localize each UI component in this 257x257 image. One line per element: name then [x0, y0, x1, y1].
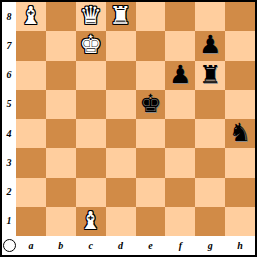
- file-label-e: e: [136, 236, 166, 255]
- square-g7[interactable]: ♟: [195, 31, 225, 60]
- rank-label-7: 7: [2, 31, 16, 60]
- square-b1[interactable]: [46, 207, 76, 236]
- black-king[interactable]: ♚: [139, 91, 161, 116]
- square-b8[interactable]: [46, 2, 76, 31]
- square-a1[interactable]: [16, 207, 46, 236]
- file-label-f: f: [165, 236, 195, 255]
- square-g4[interactable]: [195, 119, 225, 148]
- rank-label-8: 8: [2, 2, 16, 31]
- square-h1[interactable]: [225, 207, 255, 236]
- file-label-h: h: [225, 236, 255, 255]
- square-b3[interactable]: [46, 148, 76, 177]
- square-a6[interactable]: [16, 61, 46, 90]
- turn-indicator-area: [2, 236, 16, 255]
- square-a5[interactable]: [16, 90, 46, 119]
- chess-diagram: 87654321 ♝♛♜♚♟♟♜♚♞♝ abcdefgh: [0, 0, 257, 257]
- square-g1[interactable]: [195, 207, 225, 236]
- rank-label-2: 2: [2, 178, 16, 207]
- white-bishop[interactable]: ♝: [20, 3, 42, 28]
- square-h2[interactable]: [225, 178, 255, 207]
- square-d6[interactable]: [106, 61, 136, 90]
- square-a3[interactable]: [16, 148, 46, 177]
- square-a7[interactable]: [16, 31, 46, 60]
- square-e8[interactable]: [136, 2, 166, 31]
- square-h7[interactable]: [225, 31, 255, 60]
- square-c1[interactable]: ♝: [76, 207, 106, 236]
- square-h5[interactable]: [225, 90, 255, 119]
- square-b5[interactable]: [46, 90, 76, 119]
- white-queen[interactable]: ♛: [79, 3, 101, 28]
- square-e5[interactable]: ♚: [136, 90, 166, 119]
- square-f5[interactable]: [165, 90, 195, 119]
- black-pawn[interactable]: ♟: [199, 32, 221, 57]
- square-e2[interactable]: [136, 178, 166, 207]
- square-a4[interactable]: [16, 119, 46, 148]
- square-f8[interactable]: [165, 2, 195, 31]
- square-e3[interactable]: [136, 148, 166, 177]
- square-d8[interactable]: ♜: [106, 2, 136, 31]
- square-d2[interactable]: [106, 178, 136, 207]
- square-h4[interactable]: ♞: [225, 119, 255, 148]
- white-to-move-indicator: [3, 239, 16, 252]
- square-c8[interactable]: ♛: [76, 2, 106, 31]
- rank-label-6: 6: [2, 61, 16, 90]
- rank-label-3: 3: [2, 148, 16, 177]
- rank-labels: 87654321: [2, 2, 16, 236]
- file-label-d: d: [106, 236, 136, 255]
- square-c3[interactable]: [76, 148, 106, 177]
- square-h3[interactable]: [225, 148, 255, 177]
- square-e6[interactable]: [136, 61, 166, 90]
- rank-label-5: 5: [2, 90, 16, 119]
- square-e4[interactable]: [136, 119, 166, 148]
- square-g6[interactable]: ♜: [195, 61, 225, 90]
- square-f6[interactable]: ♟: [165, 61, 195, 90]
- file-label-b: b: [46, 236, 76, 255]
- square-a2[interactable]: [16, 178, 46, 207]
- square-f2[interactable]: [165, 178, 195, 207]
- square-a8[interactable]: ♝: [16, 2, 46, 31]
- rank-label-4: 4: [2, 119, 16, 148]
- square-f3[interactable]: [165, 148, 195, 177]
- file-label-c: c: [76, 236, 106, 255]
- square-f1[interactable]: [165, 207, 195, 236]
- square-c5[interactable]: [76, 90, 106, 119]
- square-d3[interactable]: [106, 148, 136, 177]
- square-e1[interactable]: [136, 207, 166, 236]
- square-g2[interactable]: [195, 178, 225, 207]
- square-c4[interactable]: [76, 119, 106, 148]
- square-c2[interactable]: [76, 178, 106, 207]
- chess-board[interactable]: ♝♛♜♚♟♟♜♚♞♝: [16, 2, 255, 236]
- rank-label-1: 1: [2, 207, 16, 236]
- square-b7[interactable]: [46, 31, 76, 60]
- square-d1[interactable]: [106, 207, 136, 236]
- square-c6[interactable]: [76, 61, 106, 90]
- square-d7[interactable]: [106, 31, 136, 60]
- square-f7[interactable]: [165, 31, 195, 60]
- square-f4[interactable]: [165, 119, 195, 148]
- square-b6[interactable]: [46, 61, 76, 90]
- square-g3[interactable]: [195, 148, 225, 177]
- square-d4[interactable]: [106, 119, 136, 148]
- black-pawn[interactable]: ♟: [169, 62, 191, 87]
- square-g8[interactable]: [195, 2, 225, 31]
- square-b4[interactable]: [46, 119, 76, 148]
- white-king[interactable]: ♚: [79, 32, 101, 57]
- square-h6[interactable]: [225, 61, 255, 90]
- black-knight[interactable]: ♞: [229, 120, 251, 145]
- black-rook[interactable]: ♜: [199, 62, 221, 87]
- white-rook[interactable]: ♜: [109, 3, 131, 28]
- white-bishop[interactable]: ♝: [79, 208, 101, 233]
- square-c7[interactable]: ♚: [76, 31, 106, 60]
- file-label-g: g: [195, 236, 225, 255]
- square-e7[interactable]: [136, 31, 166, 60]
- square-b2[interactable]: [46, 178, 76, 207]
- square-h8[interactable]: [225, 2, 255, 31]
- file-labels: abcdefgh: [16, 236, 255, 255]
- square-g5[interactable]: [195, 90, 225, 119]
- square-d5[interactable]: [106, 90, 136, 119]
- file-label-a: a: [16, 236, 46, 255]
